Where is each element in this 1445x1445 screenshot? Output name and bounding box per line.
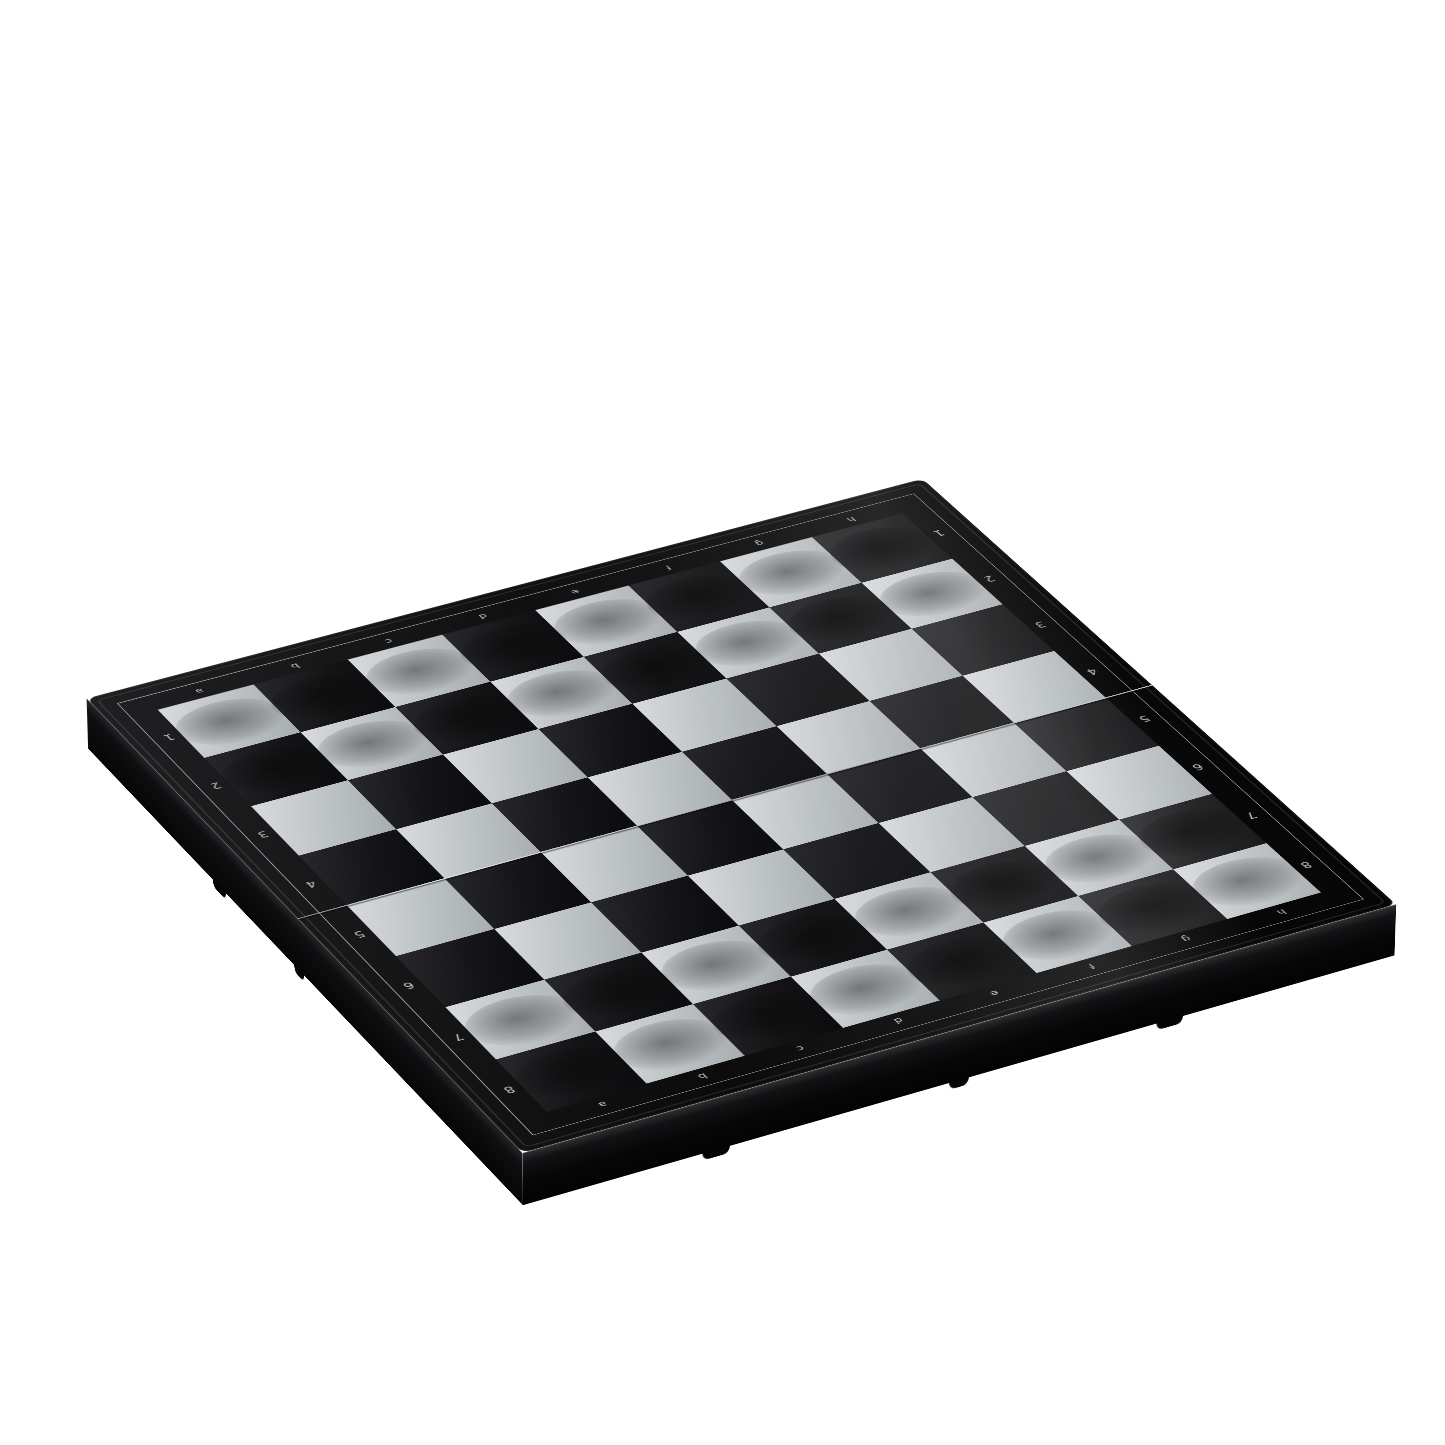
case-hinge bbox=[294, 964, 304, 982]
product-photo-scene: 12345678 12345678 abcdefgh abcdefgh ♜♞♝♛… bbox=[0, 0, 1445, 1445]
case-clasp bbox=[949, 1077, 969, 1090]
case-foot bbox=[213, 879, 226, 901]
case-foot bbox=[1156, 1015, 1183, 1030]
case-foot bbox=[702, 1145, 730, 1161]
chess-board: 12345678 12345678 abcdefgh abcdefgh ♜♞♝♛… bbox=[158, 513, 1322, 1112]
white-rook-glyph: ♜ bbox=[462, 828, 681, 1072]
